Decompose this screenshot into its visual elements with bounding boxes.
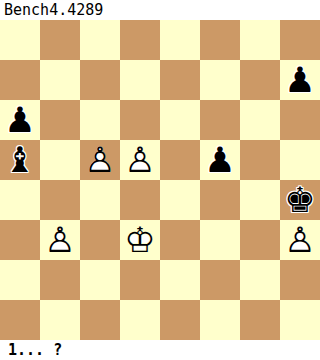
square-h7[interactable]: ♟: [280, 60, 320, 100]
piece-outline: ♙: [120, 140, 160, 180]
square-g8[interactable]: [240, 20, 280, 60]
square-b1[interactable]: [40, 300, 80, 340]
square-e8[interactable]: [160, 20, 200, 60]
square-d2[interactable]: [120, 260, 160, 300]
square-b6[interactable]: [40, 100, 80, 140]
square-g3[interactable]: [240, 220, 280, 260]
square-c4[interactable]: [80, 180, 120, 220]
square-c6[interactable]: [80, 100, 120, 140]
square-e3[interactable]: [160, 220, 200, 260]
white-pawn[interactable]: ♟♙: [40, 220, 80, 260]
square-f3[interactable]: [200, 220, 240, 260]
square-e4[interactable]: [160, 180, 200, 220]
square-g1[interactable]: [240, 300, 280, 340]
square-f6[interactable]: [200, 100, 240, 140]
square-b3[interactable]: ♟♙: [40, 220, 80, 260]
piece-outline: ♙: [40, 220, 80, 260]
square-a3[interactable]: [0, 220, 40, 260]
square-g7[interactable]: [240, 60, 280, 100]
square-d1[interactable]: [120, 300, 160, 340]
square-e7[interactable]: [160, 60, 200, 100]
square-f5[interactable]: ♟: [200, 140, 240, 180]
square-d7[interactable]: [120, 60, 160, 100]
square-f8[interactable]: [200, 20, 240, 60]
square-b8[interactable]: [40, 20, 80, 60]
square-g6[interactable]: [240, 100, 280, 140]
square-b2[interactable]: [40, 260, 80, 300]
black-king[interactable]: ♚: [280, 180, 320, 220]
square-a2[interactable]: [0, 260, 40, 300]
square-d3[interactable]: ♚♔: [120, 220, 160, 260]
square-a4[interactable]: [0, 180, 40, 220]
square-h1[interactable]: [280, 300, 320, 340]
square-c2[interactable]: [80, 260, 120, 300]
white-king[interactable]: ♚♔: [120, 220, 160, 260]
square-a7[interactable]: [0, 60, 40, 100]
square-d4[interactable]: [120, 180, 160, 220]
square-c1[interactable]: [80, 300, 120, 340]
square-h2[interactable]: [280, 260, 320, 300]
black-pawn[interactable]: ♟: [280, 60, 320, 100]
square-f1[interactable]: [200, 300, 240, 340]
square-e1[interactable]: [160, 300, 200, 340]
square-c3[interactable]: [80, 220, 120, 260]
square-h6[interactable]: [280, 100, 320, 140]
square-g4[interactable]: [240, 180, 280, 220]
black-bishop[interactable]: ♝: [0, 140, 40, 180]
square-f4[interactable]: [200, 180, 240, 220]
square-c7[interactable]: [80, 60, 120, 100]
white-pawn[interactable]: ♟♙: [280, 220, 320, 260]
move-prompt: 1... ?: [0, 340, 320, 360]
square-e5[interactable]: [160, 140, 200, 180]
piece-outline: ♙: [80, 140, 120, 180]
black-pawn[interactable]: ♟: [0, 100, 40, 140]
piece-outline: ♔: [120, 220, 160, 260]
square-e6[interactable]: [160, 100, 200, 140]
chess-board: ♟♟♝♟♙♟♙♟♚♟♙♚♔♟♙: [0, 20, 320, 340]
square-b7[interactable]: [40, 60, 80, 100]
square-h4[interactable]: ♚: [280, 180, 320, 220]
white-pawn[interactable]: ♟♙: [80, 140, 120, 180]
piece-outline: ♙: [280, 220, 320, 260]
square-a8[interactable]: [0, 20, 40, 60]
square-b5[interactable]: [40, 140, 80, 180]
square-f7[interactable]: [200, 60, 240, 100]
square-h5[interactable]: [280, 140, 320, 180]
square-f2[interactable]: [200, 260, 240, 300]
square-d5[interactable]: ♟♙: [120, 140, 160, 180]
square-a5[interactable]: ♝: [0, 140, 40, 180]
square-a1[interactable]: [0, 300, 40, 340]
white-pawn[interactable]: ♟♙: [120, 140, 160, 180]
page-title: Bench4.4289: [0, 0, 320, 20]
square-d8[interactable]: [120, 20, 160, 60]
square-g2[interactable]: [240, 260, 280, 300]
chess-diagram: Bench4.4289 ♟♟♝♟♙♟♙♟♚♟♙♚♔♟♙ 1... ?: [0, 0, 320, 360]
square-c5[interactable]: ♟♙: [80, 140, 120, 180]
square-d6[interactable]: [120, 100, 160, 140]
square-b4[interactable]: [40, 180, 80, 220]
black-pawn[interactable]: ♟: [200, 140, 240, 180]
square-e2[interactable]: [160, 260, 200, 300]
square-a6[interactable]: ♟: [0, 100, 40, 140]
square-h3[interactable]: ♟♙: [280, 220, 320, 260]
square-h8[interactable]: [280, 20, 320, 60]
square-c8[interactable]: [80, 20, 120, 60]
square-g5[interactable]: [240, 140, 280, 180]
